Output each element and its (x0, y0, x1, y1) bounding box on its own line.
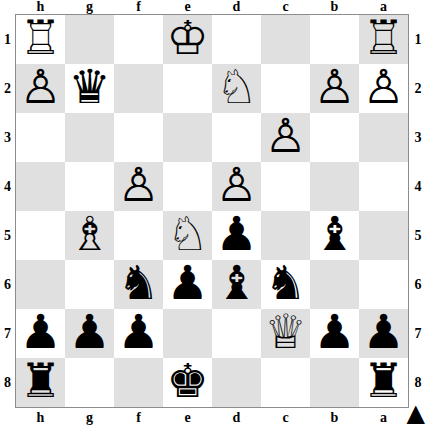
piece-white-rook: ♖ (362, 14, 404, 61)
square-c8[interactable] (261, 358, 310, 407)
piece-white-queen: ♕ (264, 308, 306, 355)
rank-label-right-1: 1 (410, 15, 426, 64)
rank-label-right-7: 7 (410, 309, 426, 358)
piece-black-knight: ♞ (117, 259, 159, 306)
square-b3[interactable] (310, 113, 359, 162)
piece-black-rook: ♜ (19, 357, 61, 404)
piece-black-rook: ♜ (362, 357, 404, 404)
piece-white-rook: ♖ (19, 14, 61, 61)
square-f5[interactable] (114, 211, 163, 260)
square-d7[interactable] (212, 309, 261, 358)
piece-white-pawn: ♙ (264, 112, 306, 159)
black-to-move-indicator: ▲ (407, 401, 425, 425)
chess-diagram: hgfedcba 12345678 ♖♔♖♙♛♘♙♙♙♙♙♗♘♟♝♞♟♝♞♟♟♟… (0, 0, 426, 426)
piece-black-pawn: ♟ (313, 308, 355, 355)
rank-label-left-2: 2 (0, 64, 15, 113)
piece-white-pawn: ♙ (313, 63, 355, 110)
rank-label-right-5: 5 (410, 211, 426, 260)
piece-black-bishop: ♝ (313, 210, 355, 257)
square-f6[interactable]: ♞ (114, 260, 163, 309)
square-a1[interactable]: ♖ (359, 15, 408, 64)
square-h1[interactable]: ♖ (16, 15, 65, 64)
square-g7[interactable]: ♟ (65, 309, 114, 358)
file-label-bottom-h: h (16, 409, 65, 426)
rank-label-left-1: 1 (0, 15, 15, 64)
square-e7[interactable] (163, 309, 212, 358)
square-d3[interactable] (212, 113, 261, 162)
file-label-bottom-c: c (261, 409, 310, 426)
square-d1[interactable] (212, 15, 261, 64)
file-label-bottom-a: a (359, 409, 408, 426)
chess-board: ♖♔♖♙♛♘♙♙♙♙♙♗♘♟♝♞♟♝♞♟♟♟♕♟♟♜♚♜ (15, 14, 409, 408)
piece-black-king: ♚ (166, 357, 208, 404)
rank-label-right-3: 3 (410, 113, 426, 162)
square-h3[interactable] (16, 113, 65, 162)
square-f4[interactable]: ♙ (114, 162, 163, 211)
rank-label-right-2: 2 (410, 64, 426, 113)
piece-white-knight: ♘ (215, 63, 257, 110)
square-c4[interactable] (261, 162, 310, 211)
square-b7[interactable]: ♟ (310, 309, 359, 358)
piece-black-queen: ♛ (68, 63, 110, 110)
square-d2[interactable]: ♘ (212, 64, 261, 113)
square-e6[interactable]: ♟ (163, 260, 212, 309)
square-b6[interactable] (310, 260, 359, 309)
square-f1[interactable] (114, 15, 163, 64)
file-label-top-g: g (65, 0, 114, 14)
square-d8[interactable] (212, 358, 261, 407)
file-label-top-c: c (261, 0, 310, 14)
square-c1[interactable] (261, 15, 310, 64)
square-e3[interactable] (163, 113, 212, 162)
square-g6[interactable] (65, 260, 114, 309)
square-d5[interactable]: ♟ (212, 211, 261, 260)
piece-black-knight: ♞ (264, 259, 306, 306)
square-g2[interactable]: ♛ (65, 64, 114, 113)
square-a6[interactable] (359, 260, 408, 309)
piece-white-knight: ♘ (166, 210, 208, 257)
file-label-bottom-b: b (310, 409, 359, 426)
square-c3[interactable]: ♙ (261, 113, 310, 162)
square-a4[interactable] (359, 162, 408, 211)
square-c6[interactable]: ♞ (261, 260, 310, 309)
piece-black-pawn: ♟ (215, 210, 257, 257)
square-a8[interactable]: ♜ (359, 358, 408, 407)
file-labels-bottom: hgfedcba (16, 409, 408, 426)
square-b5[interactable]: ♝ (310, 211, 359, 260)
file-label-bottom-g: g (65, 409, 114, 426)
rank-label-left-5: 5 (0, 211, 15, 260)
rank-label-right-4: 4 (410, 162, 426, 211)
square-f3[interactable] (114, 113, 163, 162)
square-h7[interactable]: ♟ (16, 309, 65, 358)
piece-black-pawn: ♟ (117, 308, 159, 355)
square-e5[interactable]: ♘ (163, 211, 212, 260)
piece-white-pawn: ♙ (117, 161, 159, 208)
square-h8[interactable]: ♜ (16, 358, 65, 407)
square-a2[interactable]: ♙ (359, 64, 408, 113)
piece-black-pawn: ♟ (362, 308, 404, 355)
square-g3[interactable] (65, 113, 114, 162)
piece-black-pawn: ♟ (68, 308, 110, 355)
piece-white-pawn: ♙ (19, 63, 61, 110)
piece-white-bishop: ♗ (68, 210, 110, 257)
square-f8[interactable] (114, 358, 163, 407)
piece-white-pawn: ♙ (215, 161, 257, 208)
piece-black-bishop: ♝ (215, 259, 257, 306)
rank-label-left-6: 6 (0, 260, 15, 309)
square-b2[interactable]: ♙ (310, 64, 359, 113)
square-g4[interactable] (65, 162, 114, 211)
square-a7[interactable]: ♟ (359, 309, 408, 358)
rank-label-right-6: 6 (410, 260, 426, 309)
square-e2[interactable] (163, 64, 212, 113)
square-g1[interactable] (65, 15, 114, 64)
square-h2[interactable]: ♙ (16, 64, 65, 113)
piece-black-pawn: ♟ (166, 259, 208, 306)
square-f2[interactable] (114, 64, 163, 113)
file-label-bottom-d: d (212, 409, 261, 426)
rank-label-left-4: 4 (0, 162, 15, 211)
square-c5[interactable] (261, 211, 310, 260)
rank-label-left-7: 7 (0, 309, 15, 358)
square-h5[interactable] (16, 211, 65, 260)
square-b8[interactable] (310, 358, 359, 407)
rank-label-left-8: 8 (0, 358, 15, 407)
rank-labels-left: 12345678 (0, 15, 15, 407)
square-e1[interactable]: ♔ (163, 15, 212, 64)
rank-label-left-3: 3 (0, 113, 15, 162)
square-g8[interactable] (65, 358, 114, 407)
piece-white-king: ♔ (166, 14, 208, 61)
square-c7[interactable]: ♕ (261, 309, 310, 358)
file-labels-top: hgfedcba (16, 0, 408, 14)
file-label-bottom-e: e (163, 409, 212, 426)
square-d4[interactable]: ♙ (212, 162, 261, 211)
square-a3[interactable] (359, 113, 408, 162)
piece-white-pawn: ♙ (362, 63, 404, 110)
rank-labels-right: 12345678 (410, 15, 426, 407)
square-a5[interactable] (359, 211, 408, 260)
file-label-top-d: d (212, 0, 261, 14)
square-f7[interactable]: ♟ (114, 309, 163, 358)
piece-black-pawn: ♟ (19, 308, 61, 355)
square-e4[interactable] (163, 162, 212, 211)
file-label-top-b: b (310, 0, 359, 14)
square-e8[interactable]: ♚ (163, 358, 212, 407)
square-b4[interactable] (310, 162, 359, 211)
square-d6[interactable]: ♝ (212, 260, 261, 309)
file-label-bottom-f: f (114, 409, 163, 426)
square-c2[interactable] (261, 64, 310, 113)
square-b1[interactable] (310, 15, 359, 64)
file-label-top-f: f (114, 0, 163, 14)
square-h4[interactable] (16, 162, 65, 211)
square-h6[interactable] (16, 260, 65, 309)
square-g5[interactable]: ♗ (65, 211, 114, 260)
